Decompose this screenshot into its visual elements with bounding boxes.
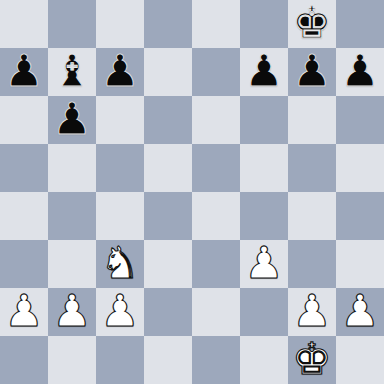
square-a3[interactable] bbox=[0, 240, 48, 288]
square-f5[interactable] bbox=[240, 144, 288, 192]
square-f6[interactable] bbox=[240, 96, 288, 144]
square-e6[interactable] bbox=[192, 96, 240, 144]
square-f3[interactable]: ♟ bbox=[240, 240, 288, 288]
square-e7[interactable] bbox=[192, 48, 240, 96]
square-d5[interactable] bbox=[144, 144, 192, 192]
square-f2[interactable] bbox=[240, 288, 288, 336]
square-d7[interactable] bbox=[144, 48, 192, 96]
square-e4[interactable] bbox=[192, 192, 240, 240]
square-c1[interactable] bbox=[96, 336, 144, 384]
square-e3[interactable] bbox=[192, 240, 240, 288]
white-pawn-icon[interactable]: ♟ bbox=[52, 287, 91, 335]
black-pawn-icon[interactable]: ♟ bbox=[4, 47, 43, 95]
square-b1[interactable] bbox=[48, 336, 96, 384]
square-a1[interactable] bbox=[0, 336, 48, 384]
square-h3[interactable] bbox=[336, 240, 384, 288]
square-e5[interactable] bbox=[192, 144, 240, 192]
square-g1[interactable]: ♚ bbox=[288, 336, 336, 384]
square-c5[interactable] bbox=[96, 144, 144, 192]
square-h1[interactable] bbox=[336, 336, 384, 384]
square-a7[interactable]: ♟ bbox=[0, 48, 48, 96]
square-b8[interactable] bbox=[48, 0, 96, 48]
square-g3[interactable] bbox=[288, 240, 336, 288]
square-h2[interactable]: ♟ bbox=[336, 288, 384, 336]
square-h7[interactable]: ♟ bbox=[336, 48, 384, 96]
square-c3[interactable]: ♞ bbox=[96, 240, 144, 288]
square-b2[interactable]: ♟ bbox=[48, 288, 96, 336]
black-pawn-icon[interactable]: ♟ bbox=[244, 47, 283, 95]
black-pawn-icon[interactable]: ♟ bbox=[292, 47, 331, 95]
square-b4[interactable] bbox=[48, 192, 96, 240]
square-a5[interactable] bbox=[0, 144, 48, 192]
square-d3[interactable] bbox=[144, 240, 192, 288]
square-h5[interactable] bbox=[336, 144, 384, 192]
square-c4[interactable] bbox=[96, 192, 144, 240]
black-pawn-icon[interactable]: ♟ bbox=[52, 95, 91, 143]
square-a4[interactable] bbox=[0, 192, 48, 240]
square-e1[interactable] bbox=[192, 336, 240, 384]
black-pawn-icon[interactable]: ♟ bbox=[100, 47, 139, 95]
square-f4[interactable] bbox=[240, 192, 288, 240]
square-h6[interactable] bbox=[336, 96, 384, 144]
white-pawn-icon[interactable]: ♟ bbox=[292, 287, 331, 335]
white-king-icon[interactable]: ♚ bbox=[292, 335, 331, 383]
square-g2[interactable]: ♟ bbox=[288, 288, 336, 336]
square-b5[interactable] bbox=[48, 144, 96, 192]
square-f7[interactable]: ♟ bbox=[240, 48, 288, 96]
square-c6[interactable] bbox=[96, 96, 144, 144]
square-b3[interactable] bbox=[48, 240, 96, 288]
square-b7[interactable]: ♝ bbox=[48, 48, 96, 96]
square-c7[interactable]: ♟ bbox=[96, 48, 144, 96]
square-d8[interactable] bbox=[144, 0, 192, 48]
square-d2[interactable] bbox=[144, 288, 192, 336]
square-e8[interactable] bbox=[192, 0, 240, 48]
black-pawn-icon[interactable]: ♟ bbox=[340, 47, 379, 95]
square-g7[interactable]: ♟ bbox=[288, 48, 336, 96]
square-f8[interactable] bbox=[240, 0, 288, 48]
white-pawn-icon[interactable]: ♟ bbox=[340, 287, 379, 335]
square-b6[interactable]: ♟ bbox=[48, 96, 96, 144]
black-bishop-icon[interactable]: ♝ bbox=[52, 47, 91, 95]
chess-board: ♚♟♝♟♟♟♟♟♞♟♟♟♟♟♟♚ bbox=[0, 0, 384, 384]
square-c8[interactable] bbox=[96, 0, 144, 48]
square-c2[interactable]: ♟ bbox=[96, 288, 144, 336]
square-a2[interactable]: ♟ bbox=[0, 288, 48, 336]
square-a8[interactable] bbox=[0, 0, 48, 48]
square-h4[interactable] bbox=[336, 192, 384, 240]
square-g8[interactable]: ♚ bbox=[288, 0, 336, 48]
square-e2[interactable] bbox=[192, 288, 240, 336]
square-g5[interactable] bbox=[288, 144, 336, 192]
white-pawn-icon[interactable]: ♟ bbox=[4, 287, 43, 335]
white-pawn-icon[interactable]: ♟ bbox=[244, 239, 283, 287]
square-f1[interactable] bbox=[240, 336, 288, 384]
square-g4[interactable] bbox=[288, 192, 336, 240]
square-a6[interactable] bbox=[0, 96, 48, 144]
black-king-icon[interactable]: ♚ bbox=[292, 0, 331, 47]
white-knight-icon[interactable]: ♞ bbox=[100, 239, 139, 287]
square-g6[interactable] bbox=[288, 96, 336, 144]
square-d6[interactable] bbox=[144, 96, 192, 144]
square-d4[interactable] bbox=[144, 192, 192, 240]
square-h8[interactable] bbox=[336, 0, 384, 48]
white-pawn-icon[interactable]: ♟ bbox=[100, 287, 139, 335]
square-d1[interactable] bbox=[144, 336, 192, 384]
